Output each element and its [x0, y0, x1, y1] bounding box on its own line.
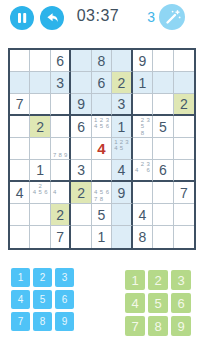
- grid-cell-r7c1[interactable]: 4: [10, 182, 30, 204]
- grid-cell-r4c7[interactable]: 2358: [133, 116, 153, 138]
- magic-wand-icon: [159, 4, 185, 30]
- green-pad-number-7[interactable]: 7: [125, 316, 145, 336]
- green-pad-number-1[interactable]: 1: [125, 270, 145, 290]
- grid-cell-r5c7[interactable]: [133, 138, 153, 160]
- cell-digit: 1: [98, 230, 106, 244]
- grid-cell-r7c4[interactable]: 2: [71, 182, 91, 204]
- grid-cell-r9c8[interactable]: [153, 226, 173, 248]
- cell-digit: 4: [97, 141, 105, 156]
- grid-cell-r4c9[interactable]: [174, 116, 194, 138]
- green-pad-number-3[interactable]: 3: [171, 270, 191, 290]
- grid-cell-r9c2[interactable]: [30, 226, 50, 248]
- top-bar: 03:37 3: [0, 0, 200, 42]
- pencil-marks: 2358: [134, 117, 151, 136]
- grid-cell-r9c6[interactable]: [112, 226, 132, 248]
- grid-cell-r3c9[interactable]: 2: [174, 94, 194, 116]
- grid-cell-r6c2[interactable]: 1: [30, 160, 50, 182]
- cell-digit: 7: [180, 186, 188, 200]
- grid-cell-r4c4[interactable]: 6: [71, 116, 91, 138]
- cell-digit: 1: [138, 76, 146, 90]
- grid-cell-r6c7[interactable]: 2346: [133, 160, 153, 182]
- grid-cell-r2c7[interactable]: 1: [133, 72, 153, 94]
- blue-pad-number-3[interactable]: 3: [55, 268, 74, 287]
- blue-pad-number-9[interactable]: 9: [55, 312, 74, 331]
- grid-cell-r8c2[interactable]: [30, 204, 50, 226]
- grid-cell-r2c6[interactable]: 2: [112, 72, 132, 94]
- grid-cell-r3c4[interactable]: 9: [71, 94, 91, 116]
- grid-cell-r9c9[interactable]: [174, 226, 194, 248]
- grid-cell-r4c5[interactable]: 123456: [92, 116, 112, 138]
- green-pad-number-4[interactable]: 4: [125, 293, 145, 313]
- grid-cell-r5c9[interactable]: [174, 138, 194, 160]
- cell-digit: 8: [98, 54, 106, 68]
- grid-cell-r2c1[interactable]: [10, 72, 30, 94]
- grid-cell-r1c7[interactable]: 9: [133, 50, 153, 72]
- sudoku-board: 6893621793226123456123585789412345134234…: [8, 48, 196, 250]
- cell-digit: 2: [118, 76, 126, 90]
- cell-digit: 2: [56, 208, 64, 222]
- grid-cell-r9c4[interactable]: [71, 226, 91, 248]
- blue-pad-number-2[interactable]: 2: [33, 268, 52, 287]
- grid-cell-r1c5[interactable]: 8: [92, 50, 112, 72]
- grid-cell-r2c5[interactable]: 6: [92, 72, 112, 94]
- cell-digit: 1: [36, 163, 44, 177]
- grid-cell-r8c7[interactable]: 4: [133, 204, 153, 226]
- grid-cell-r2c4[interactable]: [71, 72, 91, 94]
- grid-cell-r3c6[interactable]: 3: [112, 94, 132, 116]
- grid-cell-r7c8[interactable]: [153, 182, 173, 204]
- cell-digit: 2: [36, 120, 44, 134]
- cell-digit: 4: [16, 186, 24, 200]
- grid-cell-r6c4[interactable]: 3: [71, 160, 91, 182]
- cell-digit: 3: [77, 163, 85, 177]
- grid-cell-r8c1[interactable]: [10, 204, 30, 226]
- grid-cell-r8c6[interactable]: [112, 204, 132, 226]
- cell-digit: 4: [118, 163, 126, 177]
- grid-cell-r1c6[interactable]: [112, 50, 132, 72]
- grid-cell-r3c1[interactable]: 7: [10, 94, 30, 116]
- grid-cell-r8c8[interactable]: [153, 204, 173, 226]
- pause-button[interactable]: [10, 6, 34, 30]
- grid-cell-r5c4[interactable]: [71, 138, 91, 160]
- grid-cell-r1c3[interactable]: 6: [51, 50, 71, 72]
- grid-cell-r8c9[interactable]: [174, 204, 194, 226]
- grid-cell-r6c3[interactable]: [51, 160, 71, 182]
- cell-digit: 1: [118, 120, 126, 134]
- cell-digit: 6: [98, 76, 106, 90]
- grid-cell-r3c8[interactable]: [153, 94, 173, 116]
- grid-cell-r7c3[interactable]: 4: [51, 182, 71, 204]
- grid-cell-r4c2[interactable]: 2: [30, 116, 50, 138]
- pencil-marks: 2346: [134, 161, 151, 179]
- grid-cell-r7c6[interactable]: 9: [112, 182, 132, 204]
- cell-digit: 7: [16, 97, 24, 111]
- grid-cell-r9c3[interactable]: 7: [51, 226, 71, 248]
- grid-cell-r4c3[interactable]: [51, 116, 71, 138]
- green-pad-number-5[interactable]: 5: [148, 293, 168, 313]
- grid-cell-r1c8[interactable]: [153, 50, 173, 72]
- grid-cell-r5c6[interactable]: 12345: [112, 138, 132, 160]
- pencil-marks: 45678: [93, 183, 110, 202]
- cell-digit: 3: [118, 97, 126, 111]
- grid-cell-r6c6[interactable]: 4: [112, 160, 132, 182]
- grid-cell-r1c1[interactable]: [10, 50, 30, 72]
- grid-cell-r5c8[interactable]: [153, 138, 173, 160]
- grid-cell-r7c9[interactable]: 7: [174, 182, 194, 204]
- grid-cell-r2c2[interactable]: [30, 72, 50, 94]
- grid-cell-r4c1[interactable]: [10, 116, 30, 138]
- green-pad-number-8[interactable]: 8: [148, 316, 168, 336]
- blue-pad-number-8[interactable]: 8: [33, 312, 52, 331]
- grid-cell-r7c7[interactable]: [133, 182, 153, 204]
- grid-cell-r1c9[interactable]: [174, 50, 194, 72]
- blue-pad-number-6[interactable]: 6: [55, 290, 74, 309]
- grid-cell-r6c8[interactable]: 6: [153, 160, 173, 182]
- grid-cell-r6c9[interactable]: [174, 160, 194, 182]
- blue-pad-number-1[interactable]: 1: [11, 268, 30, 287]
- grid-cell-r9c5[interactable]: 1: [92, 226, 112, 248]
- cell-digit: 5: [98, 208, 106, 222]
- grid-cell-r4c6[interactable]: 1: [112, 116, 132, 138]
- pencil-marks: 789: [52, 139, 68, 158]
- sudoku-app: 03:37 3 68936217932261234561235857894123…: [0, 0, 200, 355]
- cell-digit: 4: [138, 208, 146, 222]
- grid-cell-r3c5[interactable]: [92, 94, 112, 116]
- grid-cell-r5c5[interactable]: 4: [92, 138, 112, 160]
- grid-cell-r2c9[interactable]: [174, 72, 194, 94]
- grid-cell-r1c2[interactable]: [30, 50, 50, 72]
- cell-digit: 9: [77, 97, 85, 111]
- cell-digit: 8: [138, 230, 146, 244]
- grid-cell-r8c4[interactable]: [71, 204, 91, 226]
- hints-count: 3: [141, 9, 155, 25]
- blue-pad-number-5[interactable]: 5: [33, 290, 52, 309]
- undo-button[interactable]: [40, 6, 64, 30]
- cell-digit: 6: [77, 120, 85, 134]
- pencil-marks: 123456: [93, 117, 110, 136]
- grid-cell-r8c5[interactable]: 5: [92, 204, 112, 226]
- grid-cell-r5c1[interactable]: [10, 138, 30, 160]
- grid-cell-r9c1[interactable]: [10, 226, 30, 248]
- grid-cell-r8c3[interactable]: 2: [51, 204, 71, 226]
- grid-cell-r2c8[interactable]: [153, 72, 173, 94]
- cell-digit: 6: [56, 54, 64, 68]
- timer: 03:37: [62, 7, 134, 25]
- grid-cell-r7c2[interactable]: 2456: [30, 182, 50, 204]
- pause-icon: [10, 6, 34, 30]
- green-pad-number-6[interactable]: 6: [171, 293, 191, 313]
- cell-digit: 3: [56, 76, 64, 90]
- cell-digit: 2: [180, 97, 188, 111]
- grid-cell-r6c5[interactable]: [92, 160, 112, 182]
- grid-cell-r1c4[interactable]: [71, 50, 91, 72]
- pencil-marks: 4: [52, 183, 68, 202]
- undo-arrow-icon: [40, 6, 64, 30]
- grid-cell-r5c2[interactable]: [30, 138, 50, 160]
- number-pad-blue: 123456789: [11, 268, 74, 331]
- grid-cell-r5c3[interactable]: 789: [51, 138, 71, 160]
- green-pad-number-2[interactable]: 2: [148, 270, 168, 290]
- green-pad-number-9[interactable]: 9: [171, 316, 191, 336]
- cell-digit: 9: [118, 186, 126, 200]
- grid-cell-r2c3[interactable]: 3: [51, 72, 71, 94]
- grid-cell-r9c7[interactable]: 8: [133, 226, 153, 248]
- number-pad-green: 123456789: [125, 270, 191, 336]
- cell-digit: 9: [138, 54, 146, 68]
- hint-button[interactable]: [159, 4, 185, 30]
- cell-digit: 6: [159, 163, 167, 177]
- cell-digit: 2: [77, 186, 85, 200]
- grid-cell-r6c1[interactable]: [10, 160, 30, 182]
- grid-cell-r3c7[interactable]: [133, 94, 153, 116]
- cell-digit: 5: [159, 120, 167, 134]
- grid-cell-r3c2[interactable]: [30, 94, 50, 116]
- pencil-marks: 12345: [113, 139, 129, 158]
- pencil-marks: 2456: [31, 183, 48, 202]
- blue-pad-number-7[interactable]: 7: [11, 312, 30, 331]
- grid-cell-r4c8[interactable]: 5: [153, 116, 173, 138]
- grid-cell-r7c5[interactable]: 45678: [92, 182, 112, 204]
- blue-pad-number-4[interactable]: 4: [11, 290, 30, 309]
- grid-cell-r3c3[interactable]: [51, 94, 71, 116]
- cell-digit: 7: [56, 230, 64, 244]
